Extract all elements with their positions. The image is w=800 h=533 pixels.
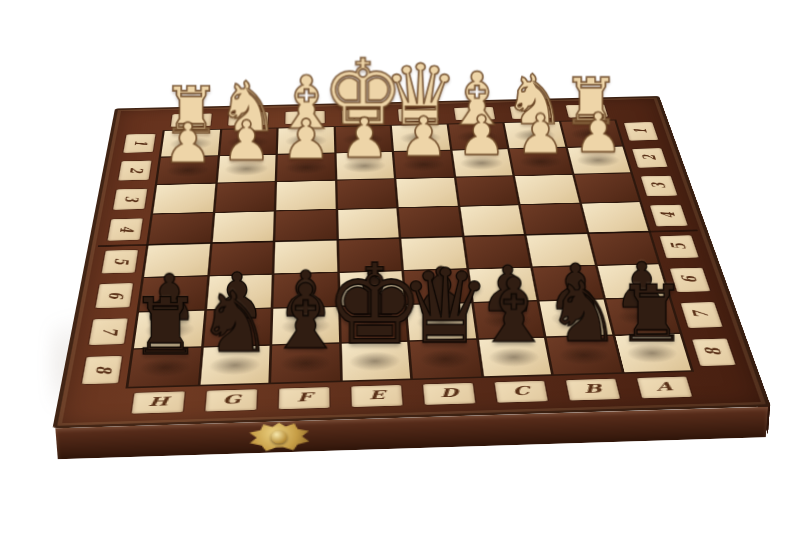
- piece-white-bishop: ♝: [270, 64, 341, 140]
- rank-label-tile: 4: [108, 219, 143, 241]
- square-f8: ♝: [271, 343, 339, 382]
- piece-contact-shadow: [488, 347, 542, 368]
- file-label-tile: E: [342, 110, 381, 123]
- piece-contact-shadow: [280, 353, 332, 374]
- square-f3: [276, 181, 335, 210]
- rank-label: 1: [118, 130, 161, 157]
- square-h3: [153, 184, 215, 213]
- piece-contact-shadow: [348, 314, 398, 334]
- square-c1: ♝: [448, 123, 507, 149]
- piece-contact-shadow: [138, 357, 192, 378]
- product-photo: HGFEDCBA HGFEDCBA 12345678 12345678 ♜♞♝♚…: [0, 0, 800, 533]
- file-label-tile: F: [286, 111, 325, 124]
- square-f1: ♝: [278, 127, 334, 153]
- latch-knob-icon: [271, 430, 287, 444]
- chess-board: HGFEDCBA HGFEDCBA 12345678 12345678 ♜♞♝♚…: [52, 96, 771, 428]
- square-a7: ♟: [605, 298, 679, 334]
- square-f7: ♟: [272, 307, 338, 344]
- square-d7: ♟: [407, 303, 476, 340]
- brass-latch-icon: [249, 422, 309, 452]
- file-label-tile: H: [171, 113, 211, 126]
- square-a8: ♜: [615, 334, 691, 373]
- square-h4: [149, 213, 213, 244]
- square-c7: ♟: [473, 301, 543, 338]
- square-b5: [527, 234, 595, 266]
- square-g6: [206, 274, 271, 309]
- piece-contact-shadow: [227, 135, 270, 149]
- square-c2: ♟: [452, 149, 513, 177]
- square-a6: [597, 264, 668, 298]
- rank-label-tile: 1: [123, 134, 155, 153]
- rank-label-tile: 7: [681, 302, 723, 328]
- rank-label-tile: 7: [89, 319, 128, 345]
- square-h6: [139, 276, 206, 311]
- piece-contact-shadow: [419, 349, 472, 370]
- square-f6: [273, 273, 337, 308]
- piece-contact-shadow: [415, 312, 466, 331]
- piece-contact-shadow: [512, 128, 556, 142]
- square-g8: ♞: [200, 345, 270, 384]
- piece-white-bishop: ♝: [442, 61, 513, 136]
- square-g7: ♟: [203, 309, 270, 346]
- file-label: F: [267, 384, 340, 413]
- square-b1: ♞: [505, 122, 565, 148]
- file-label: A: [557, 102, 618, 120]
- scene: HGFEDCBA HGFEDCBA 12345678 12345678 ♜♞♝♚…: [146, 0, 654, 492]
- square-h7: ♟: [134, 311, 204, 348]
- piece-contact-shadow: [569, 127, 614, 141]
- square-d1: ♛: [392, 124, 450, 150]
- piece-contact-shadow: [143, 320, 195, 340]
- piece-contact-shadow: [576, 153, 622, 168]
- square-c6: [468, 267, 536, 301]
- piece-contact-shadow: [169, 136, 213, 150]
- rank-label-tile: 6: [96, 283, 133, 308]
- file-label: H: [162, 111, 221, 129]
- rank-label-tile: 3: [113, 189, 147, 210]
- square-a1: ♜: [561, 121, 622, 147]
- file-label: G: [219, 110, 277, 128]
- file-label-tile: G: [228, 112, 267, 125]
- file-label-tile: C: [454, 107, 494, 120]
- piece-contact-shadow: [549, 309, 602, 328]
- file-label-tile: B: [510, 106, 551, 119]
- square-b6: [533, 266, 603, 300]
- rank-label-tile: 8: [692, 339, 735, 366]
- square-d3: [396, 178, 457, 207]
- square-g4: [212, 211, 274, 242]
- file-label-tile: D: [398, 108, 438, 121]
- rank-label-tile: 4: [650, 205, 687, 226]
- rank-label: 6: [89, 278, 139, 314]
- piece-contact-shadow: [482, 310, 534, 329]
- square-g3: [215, 182, 275, 211]
- square-b4: [521, 203, 587, 234]
- piece-contact-shadow: [284, 160, 327, 175]
- square-d4: [399, 207, 462, 238]
- piece-contact-shadow: [556, 345, 611, 366]
- file-label: B: [501, 104, 561, 122]
- square-c3: [456, 176, 518, 205]
- square-a5: [589, 232, 658, 264]
- piece-contact-shadow: [212, 318, 263, 338]
- piece-contact-shadow: [399, 131, 442, 145]
- square-c8: ♝: [478, 338, 551, 377]
- square-c4: [460, 205, 524, 236]
- square-b2: ♟: [510, 148, 572, 175]
- file-label-tile: A: [566, 104, 608, 117]
- square-g2: ♟: [217, 155, 275, 183]
- square-g1: ♞: [220, 128, 277, 154]
- rank-label-tile: 2: [118, 161, 151, 181]
- piece-contact-shadow: [280, 316, 330, 336]
- file-label: C: [445, 105, 504, 123]
- square-e4: [338, 208, 399, 239]
- piece-contact-shadow: [349, 351, 401, 372]
- rank-label-tile: 2: [632, 148, 667, 167]
- square-b8: ♞: [547, 336, 622, 375]
- piece-contact-shadow: [615, 307, 669, 326]
- square-b7: ♟: [539, 300, 611, 336]
- piece-white-queen: ♛: [385, 51, 456, 138]
- square-h1: ♜: [161, 130, 219, 157]
- square-a4: [581, 202, 648, 233]
- piece-contact-shadow: [209, 355, 261, 376]
- piece-contact-shadow: [343, 159, 387, 174]
- file-label: E: [333, 107, 390, 125]
- square-f4: [275, 210, 336, 241]
- rank-label: 8: [75, 350, 128, 391]
- square-e8: ♚: [341, 341, 410, 380]
- rank-label: 4: [102, 214, 149, 246]
- square-e6: [339, 271, 404, 306]
- piece-contact-shadow: [456, 130, 500, 144]
- square-a2: ♟: [567, 146, 630, 173]
- file-label: D: [389, 106, 447, 124]
- square-e7: ♟: [340, 305, 407, 342]
- piece-contact-shadow: [625, 343, 681, 364]
- rank-label-tile: 3: [641, 176, 677, 196]
- square-b3: [515, 175, 579, 204]
- square-d8: ♛: [410, 339, 481, 378]
- square-h8: ♜: [128, 347, 200, 386]
- rank-label-tile: 1: [624, 122, 658, 140]
- file-label: F: [276, 109, 333, 127]
- rank-label-tile: 8: [82, 356, 122, 384]
- rank-label: 7: [82, 313, 133, 351]
